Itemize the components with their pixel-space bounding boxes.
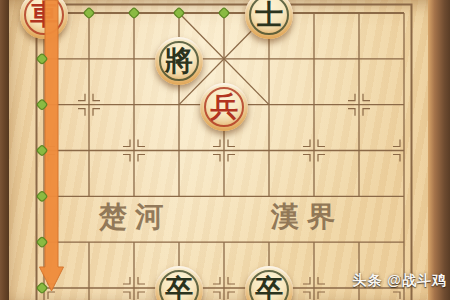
board-right-edge xyxy=(428,0,450,300)
legal-move-dot[interactable] xyxy=(83,7,94,18)
board-left-edge xyxy=(0,0,9,300)
xiangqi-game-screen: 楚河 漢界 車士將兵卒卒 头条 @战斗鸡 xyxy=(0,0,450,300)
legal-move-dot[interactable] xyxy=(173,7,184,18)
move-hint-overlay xyxy=(0,0,450,300)
legal-move-dot[interactable] xyxy=(128,7,139,18)
watermark: 头条 @战斗鸡 xyxy=(352,272,447,290)
legal-move-dot[interactable] xyxy=(218,7,229,18)
legal-move-dot[interactable] xyxy=(36,282,47,293)
